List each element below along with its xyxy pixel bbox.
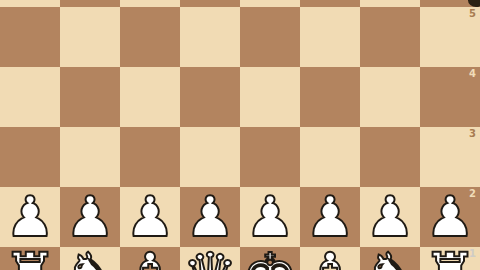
square-a5[interactable] (0, 7, 60, 67)
square-g4[interactable] (360, 67, 420, 127)
square-g2[interactable]: ♟ (360, 187, 420, 247)
square-c3[interactable] (120, 127, 180, 187)
square-h5[interactable]: 5 (420, 7, 480, 67)
square-h4[interactable]: 4 (420, 67, 480, 127)
square-b4[interactable] (60, 67, 120, 127)
square-a6[interactable] (0, 0, 60, 7)
chess-board[interactable]: ♜♞♝♛♚♝♞♜♟♟♟♟♟♟♟♟543♟♟♟♟♟♟♟♟2♜♞♝♛♚♝♞♜1 (0, 0, 480, 270)
white-knight[interactable]: ♞ (362, 245, 418, 270)
rank-label-4: 4 (469, 69, 476, 79)
square-g3[interactable] (360, 127, 420, 187)
square-d1[interactable]: ♛ (180, 247, 240, 270)
white-bishop[interactable]: ♝ (122, 245, 178, 270)
square-d2[interactable]: ♟ (180, 187, 240, 247)
square-b5[interactable] (60, 7, 120, 67)
square-f6[interactable] (300, 0, 360, 7)
square-e4[interactable] (240, 67, 300, 127)
square-c6[interactable] (120, 0, 180, 7)
square-b2[interactable]: ♟ (60, 187, 120, 247)
square-d6[interactable] (180, 0, 240, 7)
square-a2[interactable]: ♟ (0, 187, 60, 247)
square-g5[interactable] (360, 7, 420, 67)
square-d5[interactable] (180, 7, 240, 67)
square-d3[interactable] (180, 127, 240, 187)
square-f4[interactable] (300, 67, 360, 127)
square-f3[interactable] (300, 127, 360, 187)
square-b1[interactable]: ♞ (60, 247, 120, 270)
white-rook[interactable]: ♜ (422, 245, 478, 270)
square-b6[interactable] (60, 0, 120, 7)
square-e1[interactable]: ♚ (240, 247, 300, 270)
square-g6[interactable] (360, 0, 420, 7)
square-b3[interactable] (60, 127, 120, 187)
square-a4[interactable] (0, 67, 60, 127)
square-c5[interactable] (120, 7, 180, 67)
square-d4[interactable] (180, 67, 240, 127)
chess-board-viewport: ♜♞♝♛♚♝♞♜♟♟♟♟♟♟♟♟543♟♟♟♟♟♟♟♟2♜♞♝♛♚♝♞♜1 (0, 0, 480, 270)
white-king[interactable]: ♚ (242, 245, 298, 270)
rank-label-5: 5 (469, 9, 476, 19)
square-e5[interactable] (240, 7, 300, 67)
square-e3[interactable] (240, 127, 300, 187)
white-bishop[interactable]: ♝ (302, 245, 358, 270)
square-f1[interactable]: ♝ (300, 247, 360, 270)
white-knight[interactable]: ♞ (62, 245, 118, 270)
rank-label-3: 3 (469, 129, 476, 139)
square-f2[interactable]: ♟ (300, 187, 360, 247)
square-c1[interactable]: ♝ (120, 247, 180, 270)
white-queen[interactable]: ♛ (182, 245, 238, 270)
square-a1[interactable]: ♜ (0, 247, 60, 270)
square-g1[interactable]: ♞ (360, 247, 420, 270)
square-h2[interactable]: ♟2 (420, 187, 480, 247)
square-e2[interactable]: ♟ (240, 187, 300, 247)
square-c4[interactable] (120, 67, 180, 127)
square-e6[interactable] (240, 0, 300, 7)
square-c2[interactable]: ♟ (120, 187, 180, 247)
white-rook[interactable]: ♜ (2, 245, 58, 270)
square-f5[interactable] (300, 7, 360, 67)
square-h3[interactable]: 3 (420, 127, 480, 187)
square-h1[interactable]: ♜1 (420, 247, 480, 270)
square-a3[interactable] (0, 127, 60, 187)
